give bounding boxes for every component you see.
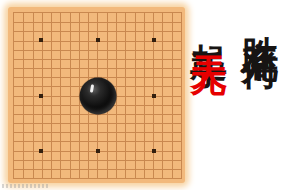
- screenshot: 胜率几何 起手天元: [0, 0, 304, 190]
- caption-left-black: 起手: [187, 14, 231, 26]
- caption-column-left: 起手天元: [188, 6, 228, 190]
- stone-highlight-icon: [89, 84, 93, 92]
- go-board[interactable]: [8, 7, 185, 183]
- watermark: [2, 184, 48, 188]
- black-stone: [79, 77, 116, 114]
- caption: 胜率几何 起手天元: [180, 0, 304, 190]
- stone-layer: [13, 12, 182, 179]
- caption-left-red: 天元: [187, 26, 231, 38]
- caption-column-right: 胜率几何: [239, 6, 279, 190]
